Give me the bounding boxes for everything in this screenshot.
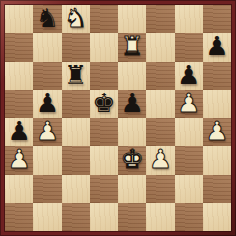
square-a6[interactable]: [5, 62, 33, 90]
square-e4[interactable]: [118, 118, 146, 146]
square-e1[interactable]: [118, 203, 146, 231]
piece-black-pawn: ♟: [177, 62, 200, 88]
square-c1[interactable]: [62, 203, 90, 231]
square-d2[interactable]: [90, 175, 118, 203]
square-h7[interactable]: ♟: [203, 33, 231, 61]
square-e6[interactable]: [118, 62, 146, 90]
square-f7[interactable]: [146, 33, 174, 61]
piece-black-pawn: ♟: [7, 118, 30, 144]
square-b7[interactable]: [33, 33, 61, 61]
square-f4[interactable]: [146, 118, 174, 146]
square-h8[interactable]: [203, 5, 231, 33]
square-g4[interactable]: [175, 118, 203, 146]
square-f6[interactable]: [146, 62, 174, 90]
square-a1[interactable]: [5, 203, 33, 231]
square-b1[interactable]: [33, 203, 61, 231]
square-c4[interactable]: [62, 118, 90, 146]
square-d1[interactable]: [90, 203, 118, 231]
piece-white-rook: ♜: [120, 33, 143, 59]
piece-white-pawn: ♟: [7, 146, 30, 172]
board-frame: ♞♞♜♟♜♟♟♚♟♟♟♟♟♟♚♟: [0, 0, 236, 236]
square-b4[interactable]: ♟: [33, 118, 61, 146]
square-c6[interactable]: ♜: [62, 62, 90, 90]
square-f3[interactable]: ♟: [146, 146, 174, 174]
square-e2[interactable]: [118, 175, 146, 203]
square-e3[interactable]: ♚: [118, 146, 146, 174]
square-h5[interactable]: [203, 90, 231, 118]
square-f2[interactable]: [146, 175, 174, 203]
square-b5[interactable]: ♟: [33, 90, 61, 118]
piece-white-pawn: ♟: [149, 146, 172, 172]
piece-white-knight: ♞: [64, 5, 87, 31]
chess-board: ♞♞♜♟♜♟♟♚♟♟♟♟♟♟♚♟: [5, 5, 231, 231]
piece-black-pawn: ♟: [120, 90, 143, 116]
square-g5[interactable]: ♟: [175, 90, 203, 118]
square-g2[interactable]: [175, 175, 203, 203]
square-c8[interactable]: ♞: [62, 5, 90, 33]
square-f8[interactable]: [146, 5, 174, 33]
square-g7[interactable]: [175, 33, 203, 61]
square-h2[interactable]: [203, 175, 231, 203]
piece-black-king: ♚: [92, 90, 115, 116]
square-h6[interactable]: [203, 62, 231, 90]
square-d5[interactable]: ♚: [90, 90, 118, 118]
square-h4[interactable]: ♟: [203, 118, 231, 146]
square-d6[interactable]: [90, 62, 118, 90]
square-f1[interactable]: [146, 203, 174, 231]
square-c3[interactable]: [62, 146, 90, 174]
square-c5[interactable]: [62, 90, 90, 118]
square-d8[interactable]: [90, 5, 118, 33]
square-g8[interactable]: [175, 5, 203, 33]
square-c2[interactable]: [62, 175, 90, 203]
square-g6[interactable]: ♟: [175, 62, 203, 90]
square-a2[interactable]: [5, 175, 33, 203]
square-g1[interactable]: [175, 203, 203, 231]
square-h3[interactable]: [203, 146, 231, 174]
square-b3[interactable]: [33, 146, 61, 174]
piece-black-pawn: ♟: [36, 90, 59, 116]
square-a4[interactable]: ♟: [5, 118, 33, 146]
square-b2[interactable]: [33, 175, 61, 203]
piece-white-pawn: ♟: [205, 118, 228, 144]
square-c7[interactable]: [62, 33, 90, 61]
square-d7[interactable]: [90, 33, 118, 61]
square-a8[interactable]: [5, 5, 33, 33]
square-h1[interactable]: [203, 203, 231, 231]
square-e7[interactable]: ♜: [118, 33, 146, 61]
square-e8[interactable]: [118, 5, 146, 33]
piece-white-pawn: ♟: [36, 118, 59, 144]
square-d4[interactable]: [90, 118, 118, 146]
piece-black-knight: ♞: [36, 5, 59, 31]
square-d3[interactable]: [90, 146, 118, 174]
square-a3[interactable]: ♟: [5, 146, 33, 174]
square-g3[interactable]: [175, 146, 203, 174]
square-e5[interactable]: ♟: [118, 90, 146, 118]
piece-black-pawn: ♟: [205, 33, 228, 59]
square-b6[interactable]: [33, 62, 61, 90]
square-f5[interactable]: [146, 90, 174, 118]
piece-white-pawn: ♟: [177, 90, 200, 116]
piece-black-rook: ♜: [64, 62, 87, 88]
piece-white-king: ♚: [120, 146, 143, 172]
square-b8[interactable]: ♞: [33, 5, 61, 33]
square-a7[interactable]: [5, 33, 33, 61]
square-a5[interactable]: [5, 90, 33, 118]
